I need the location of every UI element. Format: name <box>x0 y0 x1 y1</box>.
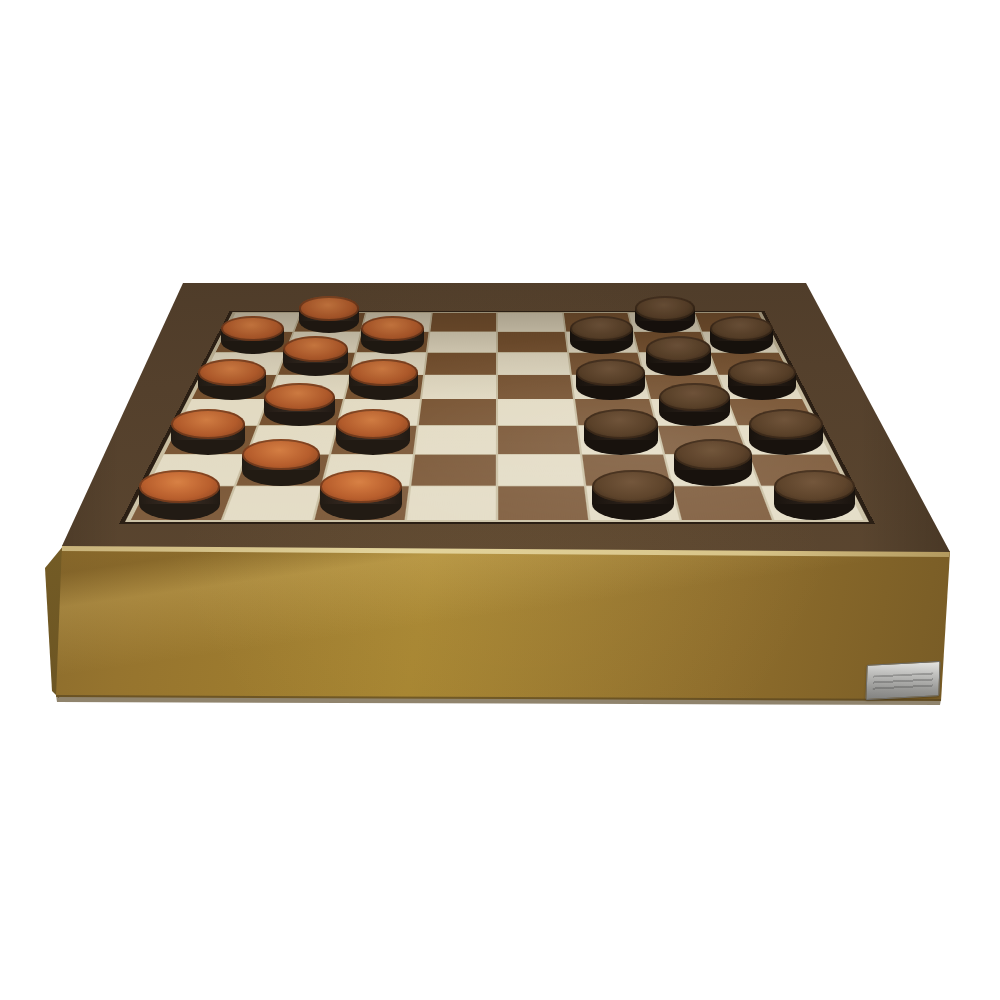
piece-dark-r7c7[interactable] <box>674 439 752 486</box>
piece-top <box>710 316 773 341</box>
piece-top <box>242 439 320 470</box>
piece-top <box>299 296 360 320</box>
piece-red-r3c2[interactable] <box>283 336 348 376</box>
piece-red-r6c3[interactable] <box>336 409 410 454</box>
piece-top <box>361 316 424 341</box>
piece-red-r8c1[interactable] <box>139 470 221 520</box>
piece-top <box>576 359 644 386</box>
piece-dark-r3c7[interactable] <box>646 336 711 376</box>
piece-red-r8c3[interactable] <box>320 470 402 520</box>
piece-top <box>592 470 674 503</box>
piece-top <box>584 409 658 439</box>
piece-red-r1c2[interactable] <box>299 296 360 333</box>
piece-dark-r2c6[interactable] <box>570 316 633 354</box>
piece-dark-r8c6[interactable] <box>592 470 674 520</box>
piece-dark-r1c7[interactable] <box>635 296 696 333</box>
piece-red-r4c3[interactable] <box>349 359 417 401</box>
piece-top <box>221 316 284 341</box>
piece-red-r6c1[interactable] <box>171 409 245 454</box>
piece-red-r2c1[interactable] <box>221 316 284 354</box>
piece-red-r7c2[interactable] <box>242 439 320 486</box>
piece-dark-r4c8[interactable] <box>728 359 796 401</box>
piece-red-r5c2[interactable] <box>264 383 335 426</box>
piece-dark-r4c6[interactable] <box>576 359 644 401</box>
piece-top <box>320 470 402 503</box>
piece-red-r4c1[interactable] <box>198 359 266 401</box>
piece-dark-r5c7[interactable] <box>659 383 730 426</box>
piece-dark-r2c8[interactable] <box>710 316 773 354</box>
piece-dark-r6c8[interactable] <box>749 409 823 454</box>
pieces-layer <box>0 0 1000 1000</box>
piece-dark-r6c6[interactable] <box>584 409 658 454</box>
piece-top <box>749 409 823 439</box>
piece-top <box>635 296 696 320</box>
piece-top <box>139 470 221 503</box>
piece-top <box>349 359 417 386</box>
product-photo-scene <box>0 0 1000 1000</box>
piece-top <box>570 316 633 341</box>
piece-top <box>728 359 796 386</box>
piece-dark-r8c8[interactable] <box>774 470 856 520</box>
piece-red-r2c3[interactable] <box>361 316 424 354</box>
piece-top <box>774 470 856 503</box>
piece-top <box>659 383 730 411</box>
piece-top <box>198 359 266 386</box>
piece-top <box>674 439 752 470</box>
